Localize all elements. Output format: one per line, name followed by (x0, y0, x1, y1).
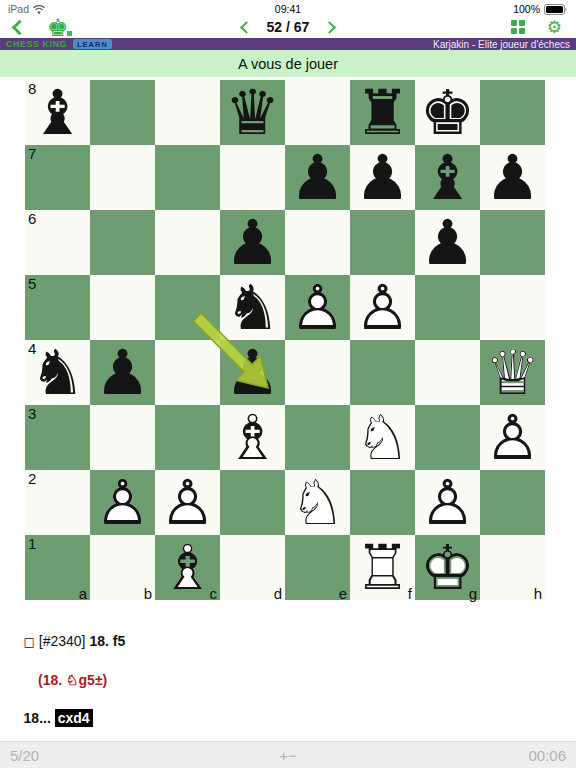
next-puzzle-button[interactable] (324, 21, 337, 34)
square-e6[interactable] (285, 210, 350, 275)
square-e7[interactable]: ♟ (285, 145, 350, 210)
black-piece-p-b4: ♟ (90, 340, 155, 405)
square-h6[interactable] (480, 210, 545, 275)
file-label-f: f (408, 585, 412, 602)
black-piece-n-d5: ♞ (220, 275, 285, 340)
square-g3[interactable] (415, 405, 480, 470)
settings-gear-button[interactable]: ⚙ (547, 19, 562, 36)
square-d2[interactable] (220, 470, 285, 535)
square-d6[interactable]: ♟ (220, 210, 285, 275)
black-piece-p-e7: ♟ (285, 145, 350, 210)
square-c2[interactable]: ♟♙ (155, 470, 220, 535)
white-piece-q-h4: ♕ (480, 340, 545, 405)
black-piece-p-d6: ♟ (220, 210, 285, 275)
file-label-g: g (469, 585, 477, 602)
white-piece-p-b2: ♙ (90, 470, 155, 535)
square-a3[interactable]: 3 (25, 405, 90, 470)
rank-label-2: 2 (28, 470, 36, 487)
square-f3[interactable]: ♞♘ (350, 405, 415, 470)
move-variation[interactable]: (18. ♘g5±) (8, 671, 568, 690)
square-c6[interactable] (155, 210, 220, 275)
black-piece-b-g7: ♝ (415, 145, 480, 210)
white-piece-b-d3: ♗ (220, 405, 285, 470)
rank-label-8: 8 (28, 80, 36, 97)
square-b5[interactable] (90, 275, 155, 340)
square-d8[interactable]: ♛ (220, 80, 285, 145)
white-to-move-marker: □ (24, 635, 35, 649)
course-title: Karjakin - Elite joueur d'échecs (433, 39, 570, 50)
square-c4[interactable] (155, 340, 220, 405)
square-h5[interactable] (480, 275, 545, 340)
puzzle-counter: 52 / 67 (267, 19, 310, 35)
square-g8[interactable]: ♚ (415, 80, 480, 145)
file-label-a: a (79, 585, 87, 602)
black-piece-p-f7: ♟ (350, 145, 415, 210)
square-g7[interactable]: ♝ (415, 145, 480, 210)
rank-label-1: 1 (28, 535, 36, 552)
square-g5[interactable] (415, 275, 480, 340)
black-move-number: 18... (24, 710, 51, 726)
square-d4[interactable]: ♟ (220, 340, 285, 405)
square-d7[interactable] (220, 145, 285, 210)
black-piece-r-f8: ♜ (350, 80, 415, 145)
black-piece-p-g6: ♟ (415, 210, 480, 275)
square-a5[interactable]: 5 (25, 275, 90, 340)
prev-puzzle-button[interactable] (240, 21, 253, 34)
file-label-b: b (144, 585, 152, 602)
move-black-selected[interactable]: cxd4 (55, 709, 93, 727)
square-f1[interactable]: f♜♖ (350, 535, 415, 600)
square-f7[interactable]: ♟ (350, 145, 415, 210)
square-d5[interactable]: ♞ (220, 275, 285, 340)
square-a6[interactable]: 6 (25, 210, 90, 275)
evaluation-label: +− (0, 747, 576, 764)
white-piece-n-e2: ♘ (285, 470, 350, 535)
brand-bar: CHESS KING LEARN Karjakin - Elite joueur… (0, 38, 576, 50)
square-b1[interactable]: b (90, 535, 155, 600)
status-time: 09:41 (0, 3, 576, 15)
square-h2[interactable] (480, 470, 545, 535)
square-c5[interactable] (155, 275, 220, 340)
square-g2[interactable]: ♟♙ (415, 470, 480, 535)
puzzle-id: [#2340] (39, 633, 86, 649)
status-bar: iPad 09:41 100% (0, 0, 576, 16)
moves-panel: □ [#2340] 18. f5 (18. ♘g5±) 18... cxd4 (0, 600, 576, 747)
square-b4[interactable]: ♟ (90, 340, 155, 405)
learn-badge: LEARN (73, 39, 112, 49)
move-white[interactable]: 18. f5 (89, 633, 125, 649)
white-piece-p-g2: ♙ (415, 470, 480, 535)
square-a1[interactable]: 1a (25, 535, 90, 600)
file-label-d: d (274, 585, 282, 602)
square-h1[interactable]: h (480, 535, 545, 600)
rank-label-7: 7 (28, 145, 36, 162)
square-b6[interactable] (90, 210, 155, 275)
square-g4[interactable] (415, 340, 480, 405)
toolbar: ♚ 52 / 67 ⚙ (0, 16, 576, 38)
black-piece-p-d4: ♟ (220, 340, 285, 405)
square-g6[interactable]: ♟ (415, 210, 480, 275)
square-f2[interactable] (350, 470, 415, 535)
white-piece-p-f5: ♙ (350, 275, 415, 340)
square-c7[interactable] (155, 145, 220, 210)
rank-label-6: 6 (28, 210, 36, 227)
square-f4[interactable] (350, 340, 415, 405)
square-d1[interactable]: d (220, 535, 285, 600)
black-piece-q-d8: ♛ (220, 80, 285, 145)
white-piece-p-c2: ♙ (155, 470, 220, 535)
square-g1[interactable]: g♚♔ (415, 535, 480, 600)
square-a4[interactable]: 4♞ (25, 340, 90, 405)
file-label-c: c (210, 585, 218, 602)
white-piece-p-e5: ♙ (285, 275, 350, 340)
square-f6[interactable] (350, 210, 415, 275)
chessboard: 8♝♛♜♚7♟♟♝♟6♟♟5♞♟♙♟♙4♞♟♟♛♕3♝♗♞♘♟♙2♟♙♟♙♞♘♟… (25, 80, 545, 600)
file-label-h: h (534, 585, 542, 602)
square-f8[interactable]: ♜ (350, 80, 415, 145)
rank-label-3: 3 (28, 405, 36, 422)
square-e8[interactable] (285, 80, 350, 145)
rank-label-4: 4 (28, 340, 36, 357)
back-button[interactable] (12, 19, 28, 35)
white-piece-n-f3: ♘ (350, 405, 415, 470)
square-e4[interactable] (285, 340, 350, 405)
square-a7[interactable]: 7 (25, 145, 90, 210)
square-a2[interactable]: 2 (25, 470, 90, 535)
square-a8[interactable]: 8♝ (25, 80, 90, 145)
square-b8[interactable] (90, 80, 155, 145)
square-e3[interactable] (285, 405, 350, 470)
square-e1[interactable]: e (285, 535, 350, 600)
rank-label-5: 5 (28, 275, 36, 292)
file-label-e: e (339, 585, 347, 602)
black-piece-p-h7: ♟ (480, 145, 545, 210)
black-piece-k-g8: ♚ (415, 80, 480, 145)
chess-king-logo-icon: ♚ (47, 18, 69, 38)
square-h7[interactable]: ♟ (480, 145, 545, 210)
square-d3[interactable]: ♝♗ (220, 405, 285, 470)
square-e2[interactable]: ♞♘ (285, 470, 350, 535)
square-h8[interactable] (480, 80, 545, 145)
square-h4[interactable]: ♛♕ (480, 340, 545, 405)
square-c3[interactable] (155, 405, 220, 470)
square-c1[interactable]: c♝♗ (155, 535, 220, 600)
square-b2[interactable]: ♟♙ (90, 470, 155, 535)
grid-view-button[interactable] (511, 20, 525, 34)
white-piece-r-f1: ♖ (350, 535, 415, 600)
white-piece-p-h3: ♙ (480, 405, 545, 470)
square-b7[interactable] (90, 145, 155, 210)
square-b3[interactable] (90, 405, 155, 470)
square-f5[interactable]: ♟♙ (350, 275, 415, 340)
board-area: 8♝♛♜♚7♟♟♝♟6♟♟5♞♟♙♟♙4♞♟♟♛♕3♝♗♞♘♟♙2♟♙♟♙♞♘♟… (25, 80, 545, 600)
turn-prompt: A vous de jouer (0, 50, 576, 77)
square-h3[interactable]: ♟♙ (480, 405, 545, 470)
square-c8[interactable] (155, 80, 220, 145)
bottom-bar: 5/20 +− 00:06 (0, 741, 576, 768)
square-e5[interactable]: ♟♙ (285, 275, 350, 340)
